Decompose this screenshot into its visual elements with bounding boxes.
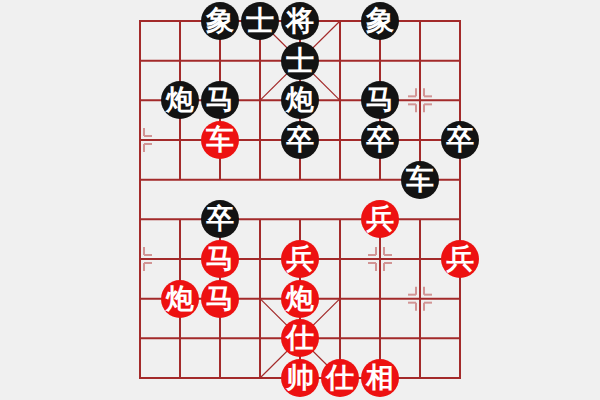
piece-black-advisor[interactable]: 士 bbox=[241, 2, 279, 40]
piece-red-horse[interactable]: 马 bbox=[201, 240, 239, 278]
piece-black-horse[interactable]: 马 bbox=[361, 81, 399, 119]
piece-black-soldier[interactable]: 卒 bbox=[361, 121, 399, 159]
piece-black-cannon[interactable]: 炮 bbox=[161, 81, 199, 119]
piece-red-horse[interactable]: 马 bbox=[201, 280, 239, 318]
piece-red-soldier[interactable]: 兵 bbox=[441, 240, 479, 278]
piece-black-cannon[interactable]: 炮 bbox=[281, 81, 319, 119]
piece-black-elephant[interactable]: 象 bbox=[361, 2, 399, 40]
piece-black-horse[interactable]: 马 bbox=[201, 81, 239, 119]
piece-red-advisor[interactable]: 仕 bbox=[281, 319, 319, 357]
piece-red-general[interactable]: 帅 bbox=[281, 359, 319, 397]
piece-red-advisor[interactable]: 仕 bbox=[321, 359, 359, 397]
piece-red-cannon[interactable]: 炮 bbox=[161, 280, 199, 318]
piece-red-soldier[interactable]: 兵 bbox=[281, 240, 319, 278]
piece-black-advisor[interactable]: 士 bbox=[281, 42, 319, 80]
piece-red-elephant[interactable]: 相 bbox=[361, 359, 399, 397]
piece-black-general[interactable]: 将 bbox=[281, 2, 319, 40]
piece-black-soldier[interactable]: 卒 bbox=[441, 121, 479, 159]
piece-red-cannon[interactable]: 炮 bbox=[281, 280, 319, 318]
piece-black-soldier[interactable]: 卒 bbox=[281, 121, 319, 159]
piece-red-soldier[interactable]: 兵 bbox=[361, 200, 399, 238]
piece-black-elephant[interactable]: 象 bbox=[201, 2, 239, 40]
piece-black-soldier[interactable]: 卒 bbox=[201, 200, 239, 238]
piece-red-chariot[interactable]: 车 bbox=[201, 121, 239, 159]
xiangqi-app: 象士将象士炮马炮马卒卒卒车卒车兵马兵兵炮马炮仕帅仕相 bbox=[0, 0, 600, 400]
piece-black-chariot[interactable]: 车 bbox=[401, 161, 439, 199]
